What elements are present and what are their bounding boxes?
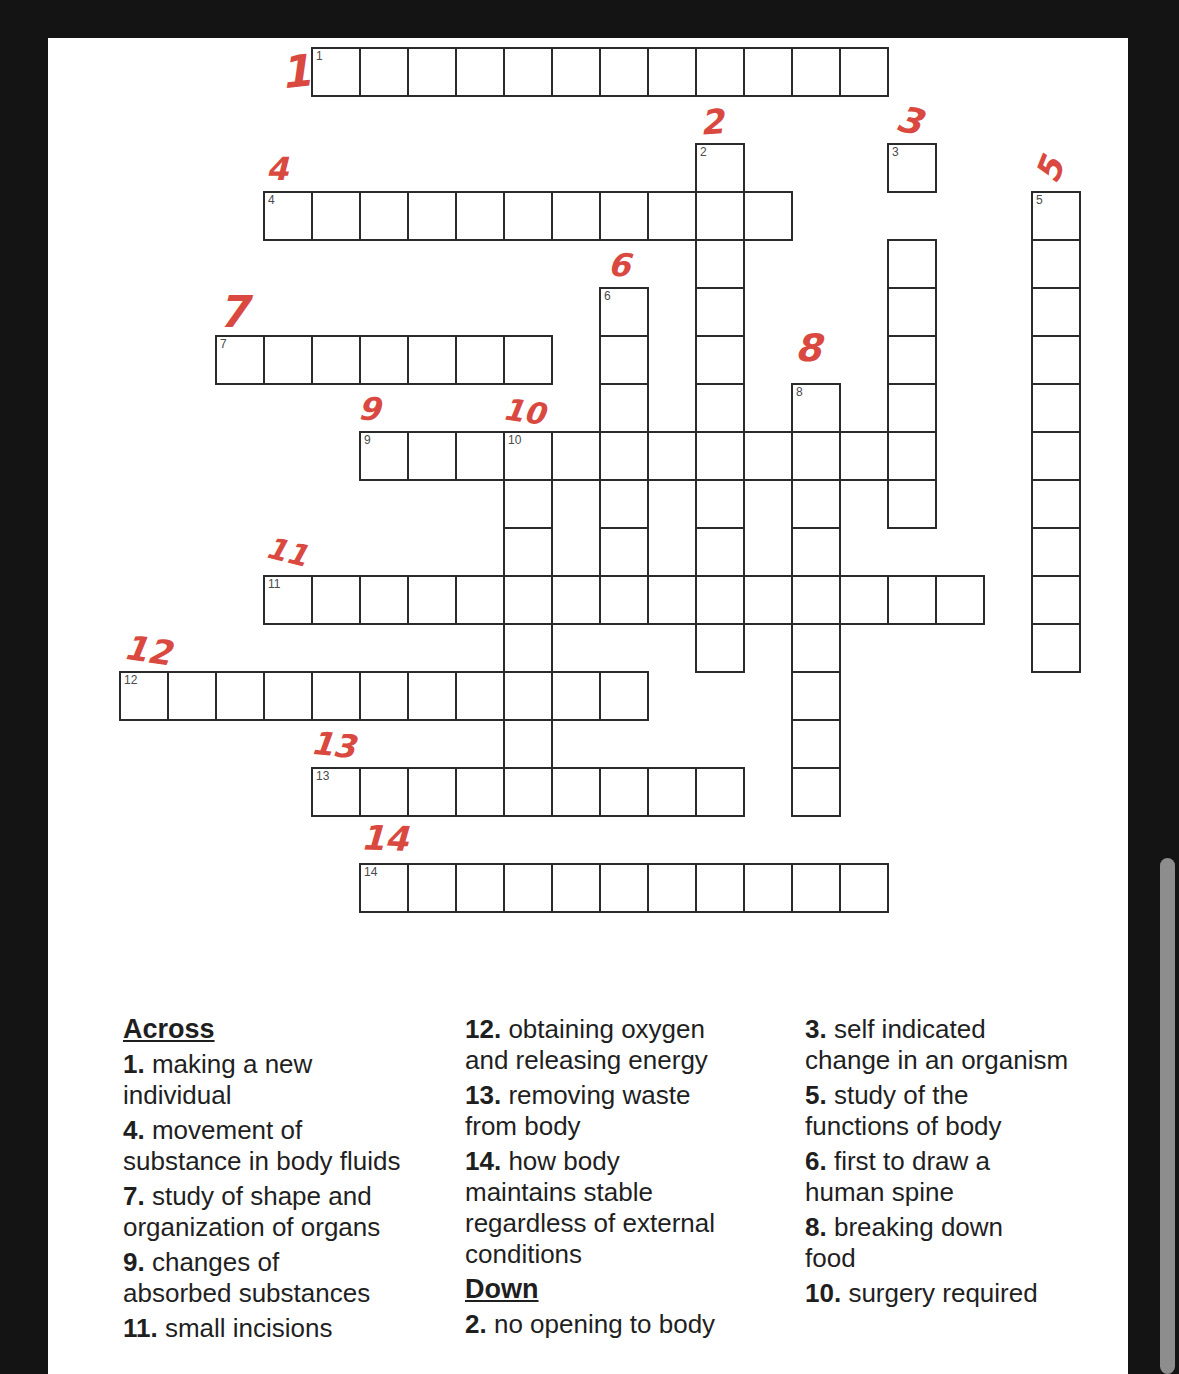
red-clue-number-4: 4 (266, 150, 288, 188)
grid-cell-r12c6 (359, 575, 409, 625)
grid-cell-r1c9 (503, 47, 553, 97)
grid-cell-r3c17: 3 (887, 143, 937, 193)
grid-cell-r14c7 (407, 671, 457, 721)
grid-cell-r8c17 (887, 383, 937, 433)
grid-cell-r18c7 (407, 863, 457, 913)
grid-cell-r6c17 (887, 287, 937, 337)
clue-7: 7. study of shape andorganization of org… (123, 1181, 468, 1243)
grid-cell-r14c5 (311, 671, 361, 721)
grid-cell-r12c8 (455, 575, 505, 625)
grid-cell-r18c8 (455, 863, 505, 913)
grid-cell-r18c10 (551, 863, 601, 913)
grid-cell-r15c15 (791, 719, 841, 769)
clue-11: 11. small incisions (123, 1313, 468, 1344)
cell-number-label: 2 (700, 146, 707, 159)
clue-9: 9. changes ofabsorbed substances (123, 1247, 468, 1309)
grid-cell-r4c9 (503, 191, 553, 241)
grid-cell-r18c16 (839, 863, 889, 913)
grid-cell-r16c9 (503, 767, 553, 817)
grid-cell-r12c7 (407, 575, 457, 625)
clue-13: 13. removing wastefrom body (465, 1080, 800, 1142)
grid-cell-r18c13 (695, 863, 745, 913)
cell-number-label: 6 (604, 290, 611, 303)
red-clue-number-6: 6 (607, 245, 632, 284)
grid-cell-r5c17 (887, 239, 937, 289)
grid-cell-r10c20 (1031, 479, 1081, 529)
grid-cell-r14c1: 12 (119, 671, 169, 721)
grid-cell-r7c3: 7 (215, 335, 265, 385)
grid-cell-r16c12 (647, 767, 697, 817)
grid-cell-r11c9 (503, 527, 553, 577)
grid-cell-r9c10 (551, 431, 601, 481)
clue-4: 4. movement ofsubstance in body fluids (123, 1115, 468, 1177)
grid-cell-r1c7 (407, 47, 457, 97)
grid-cell-r16c10 (551, 767, 601, 817)
cell-number-label: 1 (316, 50, 323, 63)
grid-cell-r7c17 (887, 335, 937, 385)
cell-number-label: 3 (892, 146, 899, 159)
grid-cell-r14c3 (215, 671, 265, 721)
clue-6: 6. first to draw ahuman spine (805, 1146, 1135, 1208)
grid-cell-r6c20 (1031, 287, 1081, 337)
cell-number-label: 14 (364, 866, 377, 879)
grid-cell-r11c13 (695, 527, 745, 577)
grid-cell-r12c15 (791, 575, 841, 625)
grid-cell-r7c6 (359, 335, 409, 385)
red-clue-number-10: 10 (501, 391, 547, 431)
grid-cell-r18c11 (599, 863, 649, 913)
grid-cell-r8c15: 8 (791, 383, 841, 433)
grid-cell-r1c10 (551, 47, 601, 97)
worksheet-page: 1234567891011121314 1234567891011121314 … (48, 38, 1128, 1374)
grid-cell-r1c14 (743, 47, 793, 97)
clue-14: 14. how bodymaintains stableregardless o… (465, 1146, 800, 1270)
grid-cell-r4c12 (647, 191, 697, 241)
grid-cell-r16c13 (695, 767, 745, 817)
grid-cell-r4c20: 5 (1031, 191, 1081, 241)
grid-cell-r12c17 (887, 575, 937, 625)
grid-cell-r8c20 (1031, 383, 1081, 433)
grid-cell-r1c13 (695, 47, 745, 97)
cell-number-label: 11 (268, 578, 280, 591)
grid-cell-r16c15 (791, 767, 841, 817)
grid-cell-r4c8 (455, 191, 505, 241)
clue-10: 10. surgery required (805, 1278, 1135, 1309)
grid-cell-r6c13 (695, 287, 745, 337)
grid-cell-r14c4 (263, 671, 313, 721)
grid-cell-r9c13 (695, 431, 745, 481)
grid-cell-r5c20 (1031, 239, 1081, 289)
grid-cell-r16c8 (455, 767, 505, 817)
red-clue-number-13: 13 (309, 724, 357, 766)
grid-cell-r7c13 (695, 335, 745, 385)
grid-cell-r9c17 (887, 431, 937, 481)
grid-cell-r12c13 (695, 575, 745, 625)
grid-cell-r7c8 (455, 335, 505, 385)
red-clue-number-2: 2 (699, 101, 725, 143)
grid-cell-r10c15 (791, 479, 841, 529)
grid-cell-r14c2 (167, 671, 217, 721)
grid-cell-r7c20 (1031, 335, 1081, 385)
grid-cell-r12c10 (551, 575, 601, 625)
grid-cell-r9c9: 10 (503, 431, 553, 481)
clue-1: 1. making a newindividual (123, 1049, 468, 1111)
cell-number-label: 9 (364, 434, 371, 447)
grid-cell-r3c13: 2 (695, 143, 745, 193)
grid-cell-r13c20 (1031, 623, 1081, 673)
grid-cell-r9c15 (791, 431, 841, 481)
grid-cell-r1c5: 1 (311, 47, 361, 97)
grid-cell-r4c13 (695, 191, 745, 241)
grid-cell-r1c8 (455, 47, 505, 97)
grid-cell-r14c15 (791, 671, 841, 721)
clue-2: 2. no opening to body (465, 1309, 800, 1340)
red-clue-number-12: 12 (121, 627, 173, 673)
grid-cell-r12c9 (503, 575, 553, 625)
grid-cell-r4c10 (551, 191, 601, 241)
grid-cell-r1c6 (359, 47, 409, 97)
grid-cell-r18c14 (743, 863, 793, 913)
grid-cell-r4c7 (407, 191, 457, 241)
cell-number-label: 8 (796, 386, 803, 399)
grid-cell-r16c7 (407, 767, 457, 817)
grid-cell-r4c4: 4 (263, 191, 313, 241)
red-clue-number-14: 14 (360, 817, 409, 859)
red-clue-number-7: 7 (218, 286, 249, 337)
grid-cell-r18c15 (791, 863, 841, 913)
grid-cell-r11c20 (1031, 527, 1081, 577)
grid-cell-r8c11 (599, 383, 649, 433)
grid-cell-r7c4 (263, 335, 313, 385)
down-heading: Down (465, 1274, 800, 1305)
grid-cell-r7c7 (407, 335, 457, 385)
grid-cell-r16c5: 13 (311, 767, 361, 817)
grid-cell-r18c12 (647, 863, 697, 913)
grid-cell-r12c16 (839, 575, 889, 625)
grid-cell-r12c4: 11 (263, 575, 313, 625)
grid-cell-r7c11 (599, 335, 649, 385)
grid-cell-r12c20 (1031, 575, 1081, 625)
grid-cell-r10c13 (695, 479, 745, 529)
grid-cell-r12c12 (647, 575, 697, 625)
grid-cell-r10c9 (503, 479, 553, 529)
grid-cell-r16c11 (599, 767, 649, 817)
clue-column-3: 3. self indicatedchange in an organism5.… (805, 1014, 1135, 1313)
cell-number-label: 12 (124, 674, 137, 687)
grid-cell-r9c20 (1031, 431, 1081, 481)
grid-cell-r16c6 (359, 767, 409, 817)
red-clue-number-9: 9 (357, 389, 382, 428)
grid-cell-r1c15 (791, 47, 841, 97)
grid-cell-r12c11 (599, 575, 649, 625)
grid-cell-r6c11: 6 (599, 287, 649, 337)
clue-8: 8. breaking downfood (805, 1212, 1135, 1274)
clue-column-1: Across1. making a newindividual4. moveme… (123, 1014, 468, 1348)
red-clue-number-8: 8 (794, 326, 822, 371)
grid-cell-r14c8 (455, 671, 505, 721)
grid-cell-r9c14 (743, 431, 793, 481)
grid-cell-r13c9 (503, 623, 553, 673)
grid-cell-r9c16 (839, 431, 889, 481)
grid-cell-r14c10 (551, 671, 601, 721)
grid-cell-r1c11 (599, 47, 649, 97)
grid-cell-r10c11 (599, 479, 649, 529)
grid-cell-r13c13 (695, 623, 745, 673)
grid-cell-r4c11 (599, 191, 649, 241)
grid-cell-r11c15 (791, 527, 841, 577)
grid-cell-r18c9 (503, 863, 553, 913)
grid-cell-r12c5 (311, 575, 361, 625)
grid-cell-r14c6 (359, 671, 409, 721)
grid-cell-r1c12 (647, 47, 697, 97)
cell-number-label: 10 (508, 434, 521, 447)
grid-cell-r14c9 (503, 671, 553, 721)
grid-cell-r4c5 (311, 191, 361, 241)
grid-cell-r8c13 (695, 383, 745, 433)
grid-cell-r9c11 (599, 431, 649, 481)
grid-cell-r14c11 (599, 671, 649, 721)
grid-cell-r12c14 (743, 575, 793, 625)
cell-number-label: 5 (1036, 194, 1043, 207)
grid-cell-r9c12 (647, 431, 697, 481)
grid-cell-r4c6 (359, 191, 409, 241)
cell-number-label: 7 (220, 338, 227, 351)
grid-cell-r7c5 (311, 335, 361, 385)
across-heading: Across (123, 1014, 468, 1045)
grid-cell-r5c13 (695, 239, 745, 289)
clue-12: 12. obtaining oxygenand releasing energy (465, 1014, 800, 1076)
cell-number-label: 4 (268, 194, 275, 207)
grid-cell-r4c14 (743, 191, 793, 241)
red-clue-number-1: 1 (277, 45, 313, 99)
grid-cell-r18c6: 14 (359, 863, 409, 913)
grid-cell-r9c6: 9 (359, 431, 409, 481)
clue-column-2: 12. obtaining oxygenand releasing energy… (465, 1014, 800, 1344)
grid-cell-r9c7 (407, 431, 457, 481)
grid-cell-r1c16 (839, 47, 889, 97)
grid-cell-r11c11 (599, 527, 649, 577)
grid-cell-r12c18 (935, 575, 985, 625)
clue-3: 3. self indicatedchange in an organism (805, 1014, 1135, 1076)
grid-cell-r15c9 (503, 719, 553, 769)
cell-number-label: 13 (316, 770, 329, 783)
grid-cell-r13c15 (791, 623, 841, 673)
grid-cell-r10c17 (887, 479, 937, 529)
grid-cell-r7c9 (503, 335, 553, 385)
grid-cell-r9c8 (455, 431, 505, 481)
vertical-scrollbar-thumb[interactable] (1160, 858, 1175, 1374)
clue-5: 5. study of thefunctions of body (805, 1080, 1135, 1142)
